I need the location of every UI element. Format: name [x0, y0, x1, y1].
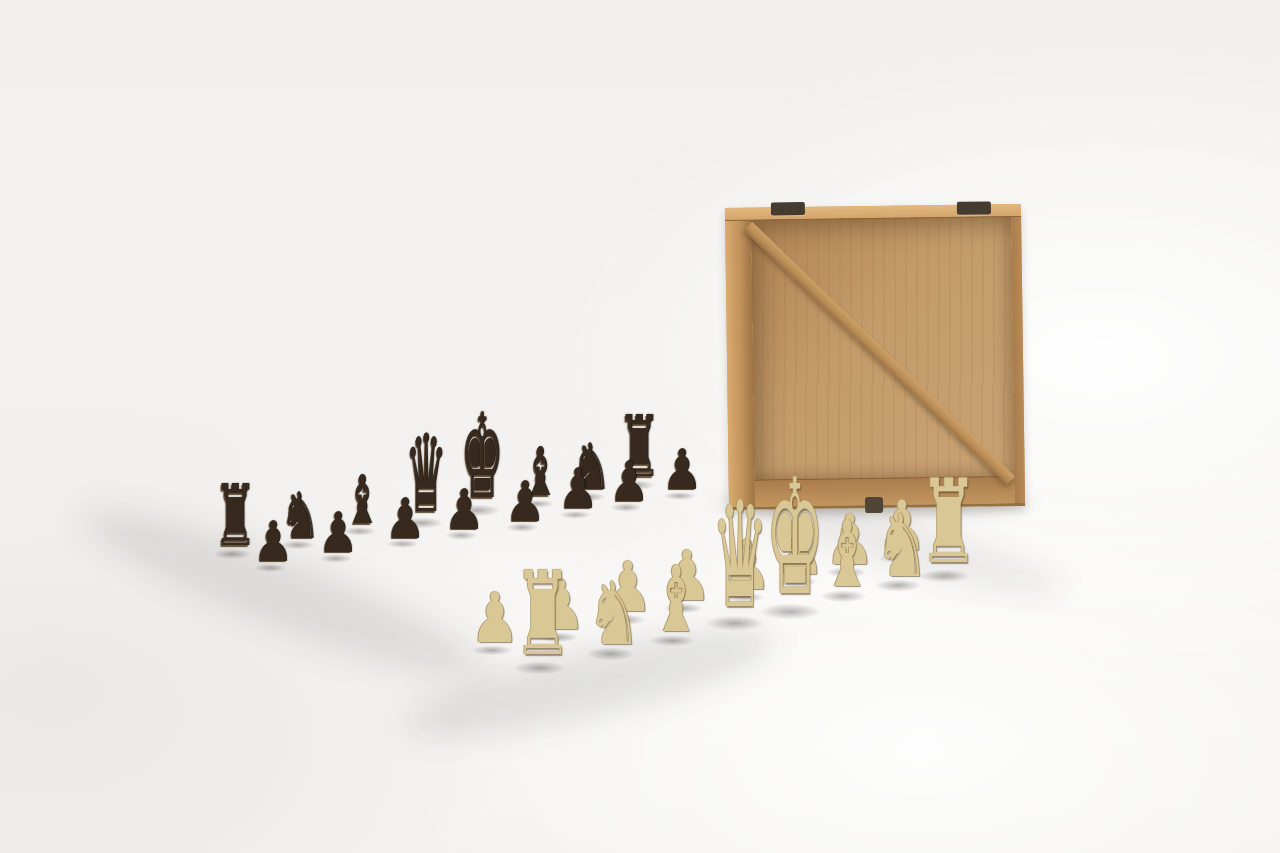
white-knight-glyph: ♞ — [587, 574, 641, 655]
square-a5[interactable] — [301, 587, 411, 616]
white-bishop-glyph: ♝ — [651, 557, 700, 641]
pieces-layer: ♜♞♝♛♚♝♞♜♟♟♟♟♟♟♟♟♟♟♟♟♟♟♟♟♜♞♝♛♚♝♞♜ — [0, 0, 1280, 853]
piece-black-pawn-e7[interactable]: ♟ — [504, 485, 546, 528]
white-rook-glyph: ♜ — [514, 562, 573, 668]
piece-white-rook-a1[interactable]: ♜ — [510, 600, 577, 669]
box-hinge-right — [957, 201, 991, 214]
black-pawn-glyph: ♟ — [558, 464, 598, 515]
white-knight-glyph: ♞ — [875, 506, 929, 587]
piece-black-pawn-d7[interactable]: ♟ — [443, 493, 485, 536]
square-a6[interactable] — [259, 571, 367, 598]
square-b5[interactable] — [370, 574, 476, 601]
piece-white-bishop-c1[interactable]: ♝ — [647, 581, 706, 641]
black-pawn-glyph: ♟ — [609, 457, 649, 508]
square-a4[interactable] — [344, 603, 455, 633]
piece-white-queen-d1[interactable]: ♛ — [702, 547, 777, 624]
piece-white-knight-g1[interactable]: ♞ — [872, 524, 932, 586]
black-pawn-glyph: ♟ — [385, 493, 425, 544]
black-pawn-glyph: ♟ — [253, 517, 293, 568]
black-pawn-glyph: ♟ — [444, 485, 484, 536]
piece-black-pawn-g7[interactable]: ♟ — [608, 465, 650, 508]
piece-black-pawn-c7[interactable]: ♟ — [384, 502, 426, 545]
black-pawn-glyph: ♟ — [318, 507, 358, 558]
square-c6[interactable] — [394, 548, 495, 573]
black-pawn-glyph: ♟ — [662, 445, 702, 496]
black-rook-glyph: ♜ — [214, 477, 257, 555]
product-photo-scene: ♜♞♝♛♚♝♞♜♟♟♟♟♟♟♟♟♟♟♟♟♟♟♟♟♜♞♝♛♚♝♞♜ — [0, 0, 1280, 853]
box-left-wall — [725, 220, 755, 507]
black-pawn-glyph: ♟ — [505, 476, 545, 527]
box-hinge-left — [771, 202, 805, 215]
piece-white-knight-b1[interactable]: ♞ — [584, 592, 644, 654]
piece-black-pawn-b7[interactable]: ♟ — [317, 516, 359, 559]
white-queen-glyph: ♛ — [711, 489, 768, 624]
piece-black-pawn-a7[interactable]: ♟ — [252, 526, 294, 569]
piece-black-pawn-f7[interactable]: ♟ — [557, 472, 599, 515]
piece-black-pawn-h7[interactable]: ♟ — [661, 453, 703, 496]
